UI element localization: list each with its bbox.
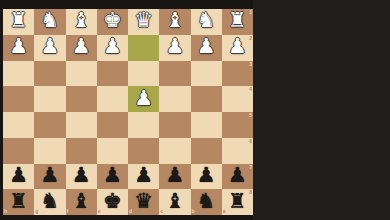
rank-coordinate-7: 7: [249, 165, 252, 170]
square-g5[interactable]: [34, 112, 65, 138]
chess-board[interactable]: ♜♞♝♚♛♝♞♜1♟♟♟♟♟♟♟23♟456♟♟♟♟♟♟♟♟7♜h♞g♝f♚e♛…: [3, 9, 253, 215]
black-bishop-piece: ♝: [165, 191, 184, 212]
square-d3[interactable]: [128, 61, 159, 87]
white-pawn-piece: ♟: [197, 36, 216, 57]
square-a3[interactable]: 3: [222, 61, 253, 87]
white-pawn-piece: ♟: [9, 36, 28, 57]
black-pawn-piece: ♟: [9, 165, 28, 186]
square-e5[interactable]: [97, 112, 128, 138]
file-coordinate-b: b: [192, 209, 195, 214]
square-d8[interactable]: ♛d: [128, 189, 159, 215]
square-d7[interactable]: ♟: [128, 164, 159, 190]
square-c5[interactable]: [159, 112, 190, 138]
square-e8[interactable]: ♚e: [97, 189, 128, 215]
rank-coordinate-5: 5: [249, 113, 252, 118]
square-f7[interactable]: ♟: [66, 164, 97, 190]
square-f1[interactable]: ♝: [66, 9, 97, 35]
square-c1[interactable]: ♝: [159, 9, 190, 35]
square-h5[interactable]: [3, 112, 34, 138]
square-e6[interactable]: [97, 138, 128, 164]
square-b6[interactable]: [191, 138, 222, 164]
square-h7[interactable]: ♟: [3, 164, 34, 190]
white-pawn-piece: ♟: [40, 36, 59, 57]
square-a1[interactable]: ♜1: [222, 9, 253, 35]
game-screen: ♜♞♝♚♛♝♞♜1♟♟♟♟♟♟♟23♟456♟♟♟♟♟♟♟♟7♜h♞g♝f♚e♛…: [0, 0, 390, 220]
black-knight-piece: ♞: [197, 191, 216, 212]
white-pawn-piece: ♟: [103, 36, 122, 57]
white-pawn-piece: ♟: [72, 36, 91, 57]
square-h3[interactable]: [3, 61, 34, 87]
black-pawn-piece: ♟: [197, 165, 216, 186]
file-coordinate-f: f: [67, 209, 69, 214]
white-bishop-piece: ♝: [72, 10, 91, 31]
square-g3[interactable]: [34, 61, 65, 87]
square-f2[interactable]: ♟: [66, 35, 97, 61]
rank-coordinate-1: 1: [249, 10, 252, 15]
square-c7[interactable]: ♟: [159, 164, 190, 190]
square-a8[interactable]: ♜a8: [222, 189, 253, 215]
square-g4[interactable]: [34, 86, 65, 112]
rank-coordinate-3: 3: [249, 62, 252, 67]
square-f6[interactable]: [66, 138, 97, 164]
black-pawn-piece: ♟: [228, 165, 247, 186]
square-c4[interactable]: [159, 86, 190, 112]
square-c6[interactable]: [159, 138, 190, 164]
square-a6[interactable]: 6: [222, 138, 253, 164]
square-d5[interactable]: [128, 112, 159, 138]
white-knight-piece: ♞: [197, 10, 216, 31]
square-c3[interactable]: [159, 61, 190, 87]
square-d1[interactable]: ♛: [128, 9, 159, 35]
square-a4[interactable]: 4: [222, 86, 253, 112]
square-g1[interactable]: ♞: [34, 9, 65, 35]
white-pawn-piece: ♟: [134, 88, 153, 109]
file-coordinate-e: e: [98, 209, 101, 214]
square-d2[interactable]: [128, 35, 159, 61]
black-pawn-piece: ♟: [72, 165, 91, 186]
square-f5[interactable]: [66, 112, 97, 138]
black-pawn-piece: ♟: [40, 165, 59, 186]
file-coordinate-h: h: [4, 209, 7, 214]
square-f4[interactable]: [66, 86, 97, 112]
square-b2[interactable]: ♟: [191, 35, 222, 61]
square-g7[interactable]: ♟: [34, 164, 65, 190]
file-coordinate-a: a: [223, 209, 226, 214]
square-h1[interactable]: ♜: [3, 9, 34, 35]
square-e1[interactable]: ♚: [97, 9, 128, 35]
square-f3[interactable]: [66, 61, 97, 87]
rank-coordinate-2: 2: [249, 36, 252, 41]
square-d4[interactable]: ♟: [128, 86, 159, 112]
square-e4[interactable]: [97, 86, 128, 112]
square-b1[interactable]: ♞: [191, 9, 222, 35]
square-d6[interactable]: [128, 138, 159, 164]
side-panel: 03:00 ⟲◀◀◀▶▶▶ Game aborted NEW OPPONENT …: [253, 0, 390, 220]
square-b8[interactable]: ♞b: [191, 189, 222, 215]
square-b7[interactable]: ♟: [191, 164, 222, 190]
black-rook-piece: ♜: [9, 191, 28, 212]
white-queen-piece: ♛: [134, 10, 153, 31]
black-queen-piece: ♛: [134, 191, 153, 212]
file-coordinate-d: d: [129, 209, 132, 214]
black-rook-piece: ♜: [228, 191, 247, 212]
square-h6[interactable]: [3, 138, 34, 164]
white-pawn-piece: ♟: [165, 36, 184, 57]
square-a2[interactable]: ♟2: [222, 35, 253, 61]
square-b5[interactable]: [191, 112, 222, 138]
square-e2[interactable]: ♟: [97, 35, 128, 61]
square-h4[interactable]: [3, 86, 34, 112]
square-a5[interactable]: 5: [222, 112, 253, 138]
file-coordinate-g: g: [35, 209, 38, 214]
square-c2[interactable]: ♟: [159, 35, 190, 61]
black-bishop-piece: ♝: [72, 191, 91, 212]
black-king-piece: ♚: [103, 191, 122, 212]
white-king-piece: ♚: [103, 10, 122, 31]
black-pawn-piece: ♟: [134, 165, 153, 186]
square-h8[interactable]: ♜h: [3, 189, 34, 215]
square-b4[interactable]: [191, 86, 222, 112]
black-pawn-piece: ♟: [103, 165, 122, 186]
black-knight-piece: ♞: [40, 191, 59, 212]
square-g6[interactable]: [34, 138, 65, 164]
square-b3[interactable]: [191, 61, 222, 87]
white-knight-piece: ♞: [40, 10, 59, 31]
square-c8[interactable]: ♝c: [159, 189, 190, 215]
black-pawn-piece: ♟: [165, 165, 184, 186]
square-a7[interactable]: ♟7: [222, 164, 253, 190]
white-rook-piece: ♜: [228, 10, 247, 31]
white-pawn-piece: ♟: [228, 36, 247, 57]
square-e7[interactable]: ♟: [97, 164, 128, 190]
file-coordinate-c: c: [160, 209, 163, 214]
white-bishop-piece: ♝: [165, 10, 184, 31]
square-g2[interactable]: ♟: [34, 35, 65, 61]
white-rook-piece: ♜: [9, 10, 28, 31]
square-g8[interactable]: ♞g: [34, 189, 65, 215]
rank-coordinate-8: 8: [249, 190, 252, 195]
rank-coordinate-4: 4: [249, 87, 252, 92]
rank-coordinate-6: 6: [249, 139, 252, 144]
square-h2[interactable]: ♟: [3, 35, 34, 61]
square-f8[interactable]: ♝f: [66, 189, 97, 215]
square-e3[interactable]: [97, 61, 128, 87]
